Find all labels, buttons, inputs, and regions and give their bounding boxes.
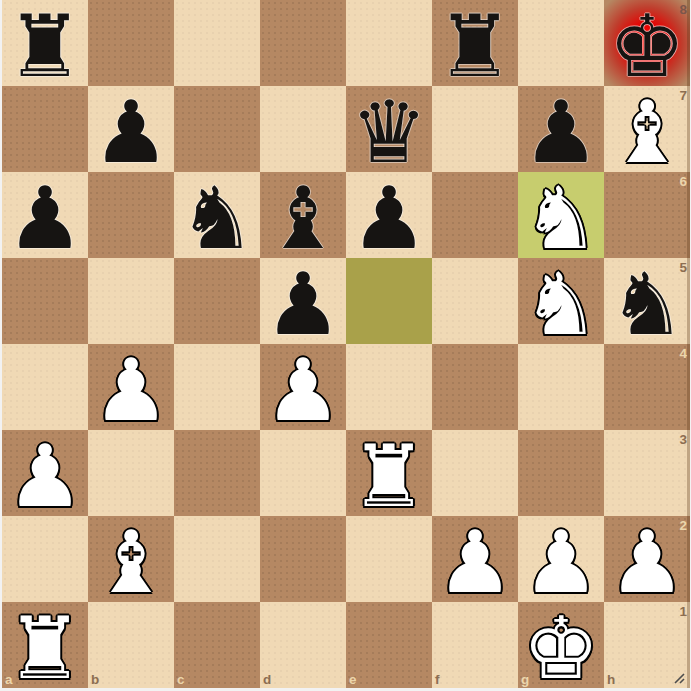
square-f6[interactable] [432,172,518,258]
square-h3[interactable]: 3 [604,430,690,516]
square-f1[interactable]: f [432,602,518,688]
rank-label-4: 4 [679,347,687,361]
square-d2[interactable] [260,516,346,602]
square-f3[interactable] [432,430,518,516]
white-rook[interactable]: ♜ [2,605,88,691]
square-h5[interactable]: ♞5 [604,258,690,344]
rank-label-1: 1 [679,605,687,619]
square-h6[interactable]: 6 [604,172,690,258]
square-b4[interactable]: ♟ [88,344,174,430]
white-pawn[interactable]: ♟ [604,519,690,605]
square-c6[interactable]: ♞ [174,172,260,258]
white-bishop[interactable]: ♝ [604,89,690,175]
square-d6[interactable]: ♝ [260,172,346,258]
square-f5[interactable] [432,258,518,344]
square-b3[interactable] [88,430,174,516]
white-pawn[interactable]: ♟ [432,519,518,605]
square-b5[interactable] [88,258,174,344]
square-d5[interactable]: ♟ [260,258,346,344]
black-knight[interactable]: ♞ [604,261,690,347]
file-label-d: d [263,673,271,687]
square-g1[interactable]: ♚g [518,602,604,688]
square-e1[interactable]: e [346,602,432,688]
rank-label-3: 3 [679,433,687,447]
square-a3[interactable]: ♟ [2,430,88,516]
white-pawn[interactable]: ♟ [88,347,174,433]
square-e4[interactable] [346,344,432,430]
file-label-f: f [435,673,440,687]
black-pawn[interactable]: ♟ [2,175,88,261]
file-label-b: b [91,673,99,687]
square-b8[interactable] [88,0,174,86]
white-king[interactable]: ♚ [518,605,604,691]
square-g4[interactable] [518,344,604,430]
square-c2[interactable] [174,516,260,602]
square-d8[interactable] [260,0,346,86]
white-rook[interactable]: ♜ [346,433,432,519]
square-c1[interactable]: c [174,602,260,688]
file-label-c: c [177,673,185,687]
black-pawn[interactable]: ♟ [346,175,432,261]
square-e6[interactable]: ♟ [346,172,432,258]
square-c3[interactable] [174,430,260,516]
square-a1[interactable]: ♜a [2,602,88,688]
black-bishop[interactable]: ♝ [260,175,346,261]
square-b1[interactable]: b [88,602,174,688]
white-bishop[interactable]: ♝ [88,519,174,605]
square-f8[interactable]: ♜ [432,0,518,86]
square-d4[interactable]: ♟ [260,344,346,430]
square-f4[interactable] [432,344,518,430]
chess-board: ♜♜♚8♟♛♟♝7♟♞♝♟♞6♟♞♞5♟♟4♟♜3♝♟♟♟2♜abcdef♚gh… [2,0,690,688]
rank-label-6: 6 [679,175,687,189]
square-a4[interactable] [2,344,88,430]
square-h7[interactable]: ♝7 [604,86,690,172]
square-c8[interactable] [174,0,260,86]
square-b7[interactable]: ♟ [88,86,174,172]
black-king[interactable]: ♚ [604,3,690,89]
square-d7[interactable] [260,86,346,172]
square-g2[interactable]: ♟ [518,516,604,602]
black-pawn[interactable]: ♟ [518,89,604,175]
square-d1[interactable]: d [260,602,346,688]
square-d3[interactable] [260,430,346,516]
square-g7[interactable]: ♟ [518,86,604,172]
square-g6[interactable]: ♞ [518,172,604,258]
square-a6[interactable]: ♟ [2,172,88,258]
white-knight[interactable]: ♞ [518,261,604,347]
square-b2[interactable]: ♝ [88,516,174,602]
square-g5[interactable]: ♞ [518,258,604,344]
black-pawn[interactable]: ♟ [88,89,174,175]
square-h4[interactable]: 4 [604,344,690,430]
square-a8[interactable]: ♜ [2,0,88,86]
square-h2[interactable]: ♟2 [604,516,690,602]
square-c7[interactable] [174,86,260,172]
square-a5[interactable] [2,258,88,344]
white-pawn[interactable]: ♟ [260,347,346,433]
white-pawn[interactable]: ♟ [518,519,604,605]
black-queen[interactable]: ♛ [346,89,432,175]
square-g3[interactable] [518,430,604,516]
square-e5[interactable] [346,258,432,344]
square-e2[interactable] [346,516,432,602]
white-pawn[interactable]: ♟ [2,433,88,519]
square-e8[interactable] [346,0,432,86]
black-pawn[interactable]: ♟ [260,261,346,347]
black-knight[interactable]: ♞ [174,175,260,261]
square-e7[interactable]: ♛ [346,86,432,172]
square-f7[interactable] [432,86,518,172]
black-rook[interactable]: ♜ [432,3,518,89]
square-h8[interactable]: ♚8 [604,0,690,86]
file-label-e: e [349,673,357,687]
square-a2[interactable] [2,516,88,602]
square-g8[interactable] [518,0,604,86]
square-c5[interactable] [174,258,260,344]
file-label-h: h [607,673,615,687]
resize-handle-icon[interactable] [672,671,686,685]
square-c4[interactable] [174,344,260,430]
black-rook[interactable]: ♜ [2,3,88,89]
square-b6[interactable] [88,172,174,258]
square-e3[interactable]: ♜ [346,430,432,516]
square-a7[interactable] [2,86,88,172]
white-knight[interactable]: ♞ [518,175,604,261]
square-f2[interactable]: ♟ [432,516,518,602]
